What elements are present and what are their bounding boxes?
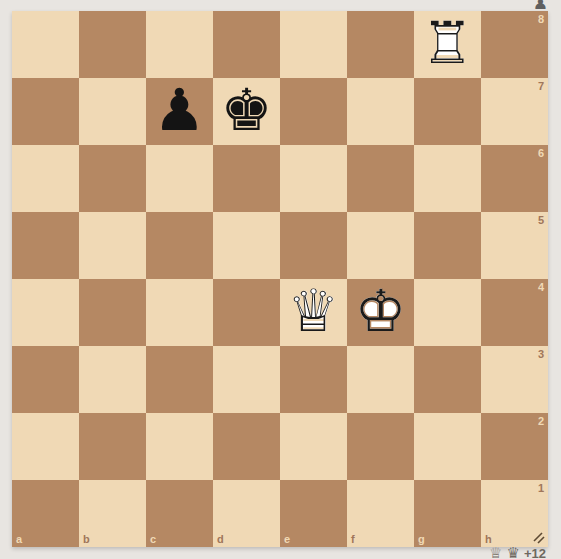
rank-label-2: 2 xyxy=(538,415,544,427)
square-f8[interactable] xyxy=(347,11,414,78)
square-a7[interactable] xyxy=(12,78,79,145)
square-d2[interactable] xyxy=(213,413,280,480)
square-g3[interactable] xyxy=(414,346,481,413)
square-g7[interactable] xyxy=(414,78,481,145)
piece-glyph: ♚ xyxy=(213,78,280,145)
square-f1[interactable]: f xyxy=(347,480,414,547)
square-c1[interactable]: c xyxy=(146,480,213,547)
square-c7[interactable]: ♟ xyxy=(146,78,213,145)
rank-label-4: 4 xyxy=(538,281,544,293)
square-b7[interactable] xyxy=(79,78,146,145)
square-g4[interactable] xyxy=(414,279,481,346)
file-label-g: g xyxy=(418,533,425,545)
square-c5[interactable] xyxy=(146,212,213,279)
square-f2[interactable] xyxy=(347,413,414,480)
square-f5[interactable] xyxy=(347,212,414,279)
square-a8[interactable] xyxy=(12,11,79,78)
piece-black-king[interactable]: ♚ xyxy=(213,78,280,145)
file-label-f: f xyxy=(351,533,355,545)
square-g8[interactable]: ♜♖ xyxy=(414,11,481,78)
square-a5[interactable] xyxy=(12,212,79,279)
file-label-e: e xyxy=(284,533,290,545)
material-difference: ♕ ♛ +12 xyxy=(489,546,546,559)
square-c6[interactable] xyxy=(146,145,213,212)
file-label-d: d xyxy=(217,533,224,545)
square-a1[interactable]: a xyxy=(12,480,79,547)
piece-white-king[interactable]: ♚♔ xyxy=(347,279,414,346)
file-label-c: c xyxy=(150,533,156,545)
square-f4[interactable]: ♚♔ xyxy=(347,279,414,346)
black-queen-icon: ♛ xyxy=(506,546,519,559)
file-label-b: b xyxy=(83,533,90,545)
board-resize-handle[interactable] xyxy=(531,530,545,544)
square-b2[interactable] xyxy=(79,413,146,480)
square-d8[interactable] xyxy=(213,11,280,78)
square-e4[interactable]: ♛♕ xyxy=(280,279,347,346)
square-e1[interactable]: e xyxy=(280,480,347,547)
chess-board-container: ♜♖8♟♚765♛♕♚♔432abcdefg1h xyxy=(12,11,548,547)
square-h6[interactable]: 6 xyxy=(481,145,548,212)
rank-label-5: 5 xyxy=(538,214,544,226)
piece-outline-layer: ♕ xyxy=(280,279,347,346)
square-e6[interactable] xyxy=(280,145,347,212)
piece-outline-layer: ♖ xyxy=(414,11,481,78)
square-b4[interactable] xyxy=(79,279,146,346)
square-c2[interactable] xyxy=(146,413,213,480)
piece-outline-layer: ♔ xyxy=(347,279,414,346)
square-c4[interactable] xyxy=(146,279,213,346)
square-g5[interactable] xyxy=(414,212,481,279)
rank-label-6: 6 xyxy=(538,147,544,159)
square-c3[interactable] xyxy=(146,346,213,413)
rank-label-7: 7 xyxy=(538,80,544,92)
piece-glyph: ♟ xyxy=(146,78,213,145)
piece-white-rook[interactable]: ♜♖ xyxy=(414,11,481,78)
square-b5[interactable] xyxy=(79,212,146,279)
chess-board: ♜♖8♟♚765♛♕♚♔432abcdefg1h xyxy=(12,11,548,547)
square-g2[interactable] xyxy=(414,413,481,480)
square-b6[interactable] xyxy=(79,145,146,212)
square-f3[interactable] xyxy=(347,346,414,413)
square-h4[interactable]: 4 xyxy=(481,279,548,346)
piece-white-queen[interactable]: ♛♕ xyxy=(280,279,347,346)
square-h3[interactable]: 3 xyxy=(481,346,548,413)
square-g6[interactable] xyxy=(414,145,481,212)
square-e2[interactable] xyxy=(280,413,347,480)
square-e7[interactable] xyxy=(280,78,347,145)
square-d6[interactable] xyxy=(213,145,280,212)
square-d4[interactable] xyxy=(213,279,280,346)
square-h2[interactable]: 2 xyxy=(481,413,548,480)
square-d5[interactable] xyxy=(213,212,280,279)
piece-black-pawn[interactable]: ♟ xyxy=(146,78,213,145)
square-h8[interactable]: 8 xyxy=(481,11,548,78)
square-a2[interactable] xyxy=(12,413,79,480)
rank-label-8: 8 xyxy=(538,13,544,25)
square-e5[interactable] xyxy=(280,212,347,279)
white-queen-icon: ♕ xyxy=(489,546,502,559)
square-d7[interactable]: ♚ xyxy=(213,78,280,145)
file-label-a: a xyxy=(16,533,22,545)
square-d3[interactable] xyxy=(213,346,280,413)
square-c8[interactable] xyxy=(146,11,213,78)
square-b1[interactable]: b xyxy=(79,480,146,547)
square-d1[interactable]: d xyxy=(213,480,280,547)
square-e8[interactable] xyxy=(280,11,347,78)
square-f7[interactable] xyxy=(347,78,414,145)
square-h5[interactable]: 5 xyxy=(481,212,548,279)
square-h7[interactable]: 7 xyxy=(481,78,548,145)
material-score: +12 xyxy=(524,546,546,559)
square-a3[interactable] xyxy=(12,346,79,413)
square-f6[interactable] xyxy=(347,145,414,212)
square-a4[interactable] xyxy=(12,279,79,346)
rank-label-3: 3 xyxy=(538,348,544,360)
square-b3[interactable] xyxy=(79,346,146,413)
square-b8[interactable] xyxy=(79,11,146,78)
rank-label-1: 1 xyxy=(538,482,544,494)
square-g1[interactable]: g xyxy=(414,480,481,547)
square-e3[interactable] xyxy=(280,346,347,413)
square-a6[interactable] xyxy=(12,145,79,212)
